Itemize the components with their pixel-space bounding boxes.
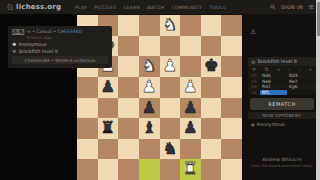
menu-icon[interactable]: ≡ xyxy=(252,67,256,72)
square-c8[interactable] xyxy=(118,15,139,36)
move-number: 53 xyxy=(248,79,260,84)
opponent-name: Stockfish level 8 xyxy=(257,59,296,64)
nav-item-tools[interactable]: TOOLS xyxy=(209,5,226,10)
move-row: 55Rf1 xyxy=(248,90,316,96)
nav-item-watch[interactable]: WATCH xyxy=(147,5,164,10)
square-c2[interactable] xyxy=(118,139,139,160)
square-g3[interactable] xyxy=(201,118,222,139)
square-h3[interactable] xyxy=(221,118,242,139)
white-rook[interactable]: ♜ xyxy=(183,161,198,178)
nav-items: PLAY PUZZLES LEARN WATCH COMMUNITY TOOLS xyxy=(75,5,226,10)
move-row: 53Ne8Ne2 xyxy=(248,79,316,85)
scrollbar[interactable] xyxy=(316,0,320,180)
white-pawn[interactable]: ♟ xyxy=(183,79,198,96)
move-cell[interactable]: Rf1 xyxy=(260,90,287,95)
variant-dice-icon: ⚄⚂ xyxy=(12,29,24,40)
caption-block: Andrew Whitacre Over the board somewhat … xyxy=(248,157,316,168)
white-king-icon: ♚ xyxy=(12,42,16,47)
next-move-icon[interactable]: › xyxy=(299,67,301,72)
square-g5[interactable] xyxy=(201,77,222,98)
square-g4[interactable] xyxy=(201,98,222,119)
nav-item-community[interactable]: COMMUNITY xyxy=(172,5,203,10)
new-opponent-button[interactable]: NEW OPPONENT xyxy=(248,112,316,119)
square-f2[interactable] xyxy=(180,139,201,160)
last-move-icon[interactable]: » xyxy=(309,67,312,72)
search-icon[interactable] xyxy=(270,4,276,10)
square-c1[interactable] xyxy=(118,159,139,180)
square-b1[interactable] xyxy=(98,159,119,180)
square-d2[interactable] xyxy=(139,139,160,160)
user-dot-icon: ● xyxy=(251,122,255,127)
nav-item-puzzles[interactable]: PUZZLES xyxy=(94,5,116,10)
square-a1[interactable] xyxy=(77,159,98,180)
rematch-button[interactable]: REMATCH xyxy=(250,98,314,110)
square-g2[interactable] xyxy=(201,139,222,160)
move-cell[interactable]: Kg6 xyxy=(287,84,314,89)
square-b3[interactable]: ♜ xyxy=(98,118,119,139)
square-a5[interactable] xyxy=(77,77,98,98)
square-e3[interactable] xyxy=(160,118,181,139)
black-pawn[interactable]: ♟ xyxy=(183,120,198,137)
square-f6[interactable] xyxy=(180,56,201,77)
white-pawn[interactable]: ♟ xyxy=(162,58,177,75)
top-nav: ♘ lichess.org PLAY PUZZLES LEARN WATCH C… xyxy=(0,0,320,14)
lichess-knight-icon: ♘ xyxy=(6,3,14,12)
square-f1[interactable]: ♜ xyxy=(180,159,201,180)
lichess-wordmark: lichess.org xyxy=(16,3,61,11)
black-player-name[interactable]: Stockfish level 8 xyxy=(18,49,57,54)
move-cell[interactable]: Nd6 xyxy=(260,73,287,78)
move-cell[interactable]: Ne2 xyxy=(287,79,314,84)
square-a4[interactable] xyxy=(77,98,98,119)
white-player-row: ♚ Anonymous xyxy=(12,42,108,47)
nav-right: SIGN IN ≡ xyxy=(270,0,314,14)
square-c7[interactable] xyxy=(118,36,139,57)
square-f4[interactable]: ♟ xyxy=(180,98,201,119)
game-meta-panel: ⚄⚂ ∞ • Casual • CHESS960 8 hours ago ♚ A… xyxy=(8,26,112,68)
game-result-text: Checkmate • White is victorious xyxy=(12,56,108,64)
move-toolbar: ≡ ⇅ « ‹ › » xyxy=(248,66,316,73)
square-e1[interactable] xyxy=(160,159,181,180)
right-panel: ♙ ⚙ Stockfish level 8 ≡ ⇅ « ‹ › » 52Nd6B… xyxy=(248,14,316,180)
black-pawn[interactable]: ♟ xyxy=(142,100,157,117)
square-e4[interactable] xyxy=(160,98,181,119)
flip-board-icon[interactable]: ⇅ xyxy=(265,67,269,72)
square-f7[interactable] xyxy=(180,36,201,57)
move-list: 52Nd6Bd353Ne8Ne254Rd1Kg655Rf1 xyxy=(248,73,316,95)
square-d5[interactable]: ♟ xyxy=(139,77,160,98)
square-a3[interactable] xyxy=(77,118,98,139)
square-c5[interactable] xyxy=(118,77,139,98)
square-f8[interactable] xyxy=(180,15,201,36)
square-e6[interactable]: ♟ xyxy=(160,56,181,77)
game-time-ago: 8 hours ago xyxy=(27,35,82,40)
square-h2[interactable] xyxy=(221,139,242,160)
square-c4[interactable] xyxy=(118,98,139,119)
square-h8[interactable] xyxy=(221,15,242,36)
square-h7[interactable] xyxy=(221,36,242,57)
square-b2[interactable] xyxy=(98,139,119,160)
square-e2[interactable]: ♞ xyxy=(160,139,181,160)
caption-title: Andrew Whitacre xyxy=(248,157,316,162)
square-a2[interactable] xyxy=(77,139,98,160)
square-d8[interactable] xyxy=(139,15,160,36)
nav-item-play[interactable]: PLAY xyxy=(75,5,87,10)
engine-gear-icon: ⚙ xyxy=(251,59,255,65)
square-d3[interactable]: ♝ xyxy=(139,118,160,139)
sign-in-button[interactable]: SIGN IN xyxy=(281,4,303,10)
square-h5[interactable] xyxy=(221,77,242,98)
bottom-player-bar: ● Anonymous xyxy=(248,121,316,128)
first-move-icon[interactable]: « xyxy=(277,67,280,72)
mini-pawn-icon: ♙ xyxy=(250,29,256,36)
square-d4[interactable]: ♟ xyxy=(139,98,160,119)
scrollbar-thumb[interactable] xyxy=(317,2,320,36)
black-pawn[interactable]: ♟ xyxy=(183,100,198,117)
square-d6[interactable]: ♞ xyxy=(139,56,160,77)
lichess-logo[interactable]: ♘ lichess.org xyxy=(6,3,61,12)
move-cell[interactable]: Ne8 xyxy=(260,79,287,84)
white-knight[interactable]: ♞ xyxy=(162,17,177,34)
move-row: 52Nd6Bd3 xyxy=(248,73,316,79)
square-d1[interactable] xyxy=(139,159,160,180)
caption-subtitle: Over the board somewhat lately xyxy=(248,163,316,168)
move-number: 52 xyxy=(248,73,260,78)
square-b5[interactable]: ♟ xyxy=(98,77,119,98)
square-h4[interactable] xyxy=(221,98,242,119)
move-cell[interactable]: Rd1 xyxy=(260,84,287,89)
square-e7[interactable] xyxy=(160,36,181,57)
opponent-bar: ⚙ Stockfish level 8 xyxy=(248,57,316,66)
square-g6[interactable]: ♚ xyxy=(201,56,222,77)
square-c6[interactable] xyxy=(118,56,139,77)
move-row: 54Rd1Kg6 xyxy=(248,84,316,90)
black-bishop[interactable]: ♝ xyxy=(142,120,157,137)
black-king[interactable]: ♚ xyxy=(204,58,219,75)
white-knight[interactable]: ♞ xyxy=(142,58,157,75)
square-e5[interactable] xyxy=(160,77,181,98)
black-player-row: ♚ Stockfish level 8 xyxy=(12,49,108,54)
black-knight[interactable]: ♞ xyxy=(162,141,177,158)
bottom-player-name: Anonymous xyxy=(257,122,285,127)
square-h1[interactable] xyxy=(221,159,242,180)
lichess-page: ♘ lichess.org PLAY PUZZLES LEARN WATCH C… xyxy=(0,0,320,180)
black-pawn[interactable]: ♟ xyxy=(101,79,116,96)
square-h6[interactable] xyxy=(221,56,242,77)
move-number: 54 xyxy=(248,84,260,89)
move-cell[interactable]: Bd3 xyxy=(287,73,314,78)
white-player-name[interactable]: Anonymous xyxy=(18,42,46,47)
black-king-icon: ♚ xyxy=(12,49,16,54)
variant-link[interactable]: CHESS960 xyxy=(57,29,81,34)
prev-move-icon[interactable]: ‹ xyxy=(288,67,290,72)
game-meta-top: ⚄⚂ ∞ • Casual • CHESS960 8 hours ago xyxy=(12,29,108,40)
white-pawn[interactable]: ♟ xyxy=(142,79,157,96)
square-e8[interactable]: ♞ xyxy=(160,15,181,36)
square-g1[interactable] xyxy=(201,159,222,180)
square-f3[interactable]: ♟ xyxy=(180,118,201,139)
move-number: 55 xyxy=(248,90,260,95)
square-g8[interactable] xyxy=(201,15,222,36)
hamburger-menu-icon[interactable]: ≡ xyxy=(308,4,314,11)
square-b4[interactable] xyxy=(98,98,119,119)
square-f5[interactable]: ♟ xyxy=(180,77,201,98)
nav-item-learn[interactable]: LEARN xyxy=(124,5,140,10)
game-setup-line: ∞ • Casual • CHESS960 xyxy=(27,29,82,34)
square-g7[interactable] xyxy=(201,36,222,57)
square-d7[interactable] xyxy=(139,36,160,57)
black-rook[interactable]: ♜ xyxy=(101,120,116,137)
square-c3[interactable] xyxy=(118,118,139,139)
